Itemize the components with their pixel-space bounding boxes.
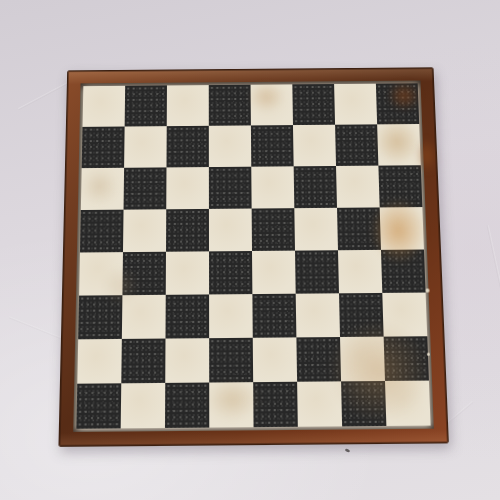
board-square [339, 293, 384, 337]
board-square [209, 209, 252, 252]
board-paper [73, 81, 434, 432]
board-square [121, 339, 165, 384]
background-wrinkle [487, 225, 500, 313]
board-square [166, 209, 209, 252]
background-speck [345, 448, 351, 453]
board-square [296, 337, 341, 382]
board-square [296, 293, 340, 337]
board-square [83, 86, 126, 127]
board-square [124, 126, 167, 168]
board-square [122, 295, 166, 339]
board-square [209, 125, 251, 167]
board-square [336, 166, 380, 208]
board-square [252, 251, 296, 294]
board-square [251, 166, 294, 208]
board-square [294, 166, 337, 208]
board-square [380, 207, 424, 250]
board-square [341, 381, 386, 426]
board-square [338, 250, 382, 293]
board-square [165, 338, 209, 383]
board-square [382, 293, 427, 337]
board-square [121, 383, 166, 428]
board-square [81, 168, 124, 210]
board-square [166, 126, 208, 168]
board-square [123, 209, 166, 252]
board-square [165, 383, 209, 428]
board-square [79, 252, 123, 295]
board-square [76, 383, 121, 428]
board-square [385, 381, 431, 426]
board-square [209, 167, 252, 209]
board-square [334, 84, 377, 125]
board-square [78, 295, 122, 339]
board-square [251, 125, 294, 167]
board-square [167, 85, 209, 126]
board-square [82, 127, 125, 169]
board-square [340, 337, 385, 382]
board-square [297, 381, 342, 426]
board-square [125, 85, 167, 126]
board-square [209, 338, 253, 383]
board-photo [58, 67, 448, 447]
board-square [252, 294, 296, 338]
board-square [165, 294, 209, 338]
board-square [77, 339, 122, 384]
board-square [292, 84, 335, 125]
board-square [376, 83, 419, 124]
board-square [209, 251, 252, 294]
board-square [251, 84, 293, 125]
board-square [378, 165, 422, 207]
board-square [294, 208, 338, 251]
board-square [166, 167, 209, 209]
checkerboard [76, 83, 430, 428]
board-square [80, 210, 124, 253]
board-square [124, 167, 167, 209]
board-frame [58, 67, 448, 447]
board-square [253, 382, 298, 427]
board-square [252, 208, 295, 251]
board-square [337, 207, 381, 250]
photo-background [0, 0, 500, 500]
board-square [209, 382, 253, 427]
board-square [377, 124, 421, 166]
board-square [253, 337, 297, 382]
board-square [166, 251, 209, 294]
board-square [384, 336, 429, 381]
board-square [209, 294, 253, 338]
board-square [293, 125, 336, 167]
board-square [295, 250, 339, 293]
board-square [209, 85, 251, 126]
board-square [381, 250, 426, 293]
board-square [122, 252, 166, 295]
board-square [335, 124, 378, 166]
